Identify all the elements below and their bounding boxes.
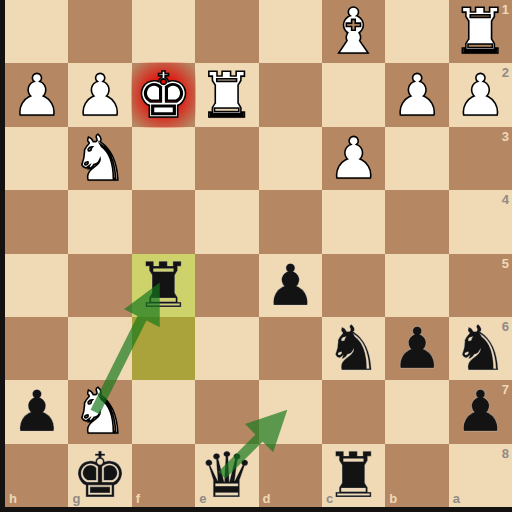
piece-white-rook-a1[interactable]: ♜	[449, 0, 512, 63]
square-f2[interactable]: ♚	[132, 63, 195, 126]
file-label-f: f	[136, 492, 140, 505]
square-f4[interactable]	[132, 190, 195, 253]
rank-label-4: 4	[502, 193, 509, 206]
piece-white-pawn-g2[interactable]: ♟	[68, 63, 131, 126]
file-label-a: a	[453, 492, 460, 505]
piece-white-bishop-c1[interactable]: ♝	[322, 0, 385, 63]
square-b4[interactable]	[385, 190, 448, 253]
square-f7[interactable]	[132, 380, 195, 443]
piece-white-rook-e2[interactable]: ♜	[195, 63, 258, 126]
square-g2[interactable]: ♟	[68, 63, 131, 126]
square-b1[interactable]	[385, 0, 448, 63]
square-g6[interactable]	[68, 317, 131, 380]
square-h1[interactable]	[5, 0, 68, 63]
square-a3[interactable]: 3	[449, 127, 512, 190]
square-g7[interactable]: ♞	[68, 380, 131, 443]
square-a5[interactable]: 5	[449, 254, 512, 317]
square-c5[interactable]	[322, 254, 385, 317]
rank-label-5: 5	[502, 257, 509, 270]
square-d7[interactable]	[259, 380, 322, 443]
file-label-d: d	[263, 492, 271, 505]
square-b2[interactable]: ♟	[385, 63, 448, 126]
square-d8[interactable]: d	[259, 444, 322, 507]
square-e4[interactable]	[195, 190, 258, 253]
square-f6[interactable]	[132, 317, 195, 380]
square-b8[interactable]: b	[385, 444, 448, 507]
piece-white-pawn-h2[interactable]: ♟	[5, 63, 68, 126]
piece-black-rook-c8[interactable]: ♜	[322, 444, 385, 507]
square-c7[interactable]	[322, 380, 385, 443]
piece-black-king-g8[interactable]: ♚	[68, 444, 131, 507]
square-e3[interactable]	[195, 127, 258, 190]
square-h7[interactable]: ♟	[5, 380, 68, 443]
square-g8[interactable]: g♚	[68, 444, 131, 507]
square-e1[interactable]	[195, 0, 258, 63]
piece-white-pawn-c3[interactable]: ♟	[322, 127, 385, 190]
square-d5[interactable]: ♟	[259, 254, 322, 317]
square-h5[interactable]	[5, 254, 68, 317]
square-h6[interactable]	[5, 317, 68, 380]
square-a6[interactable]: 6♞	[449, 317, 512, 380]
square-e5[interactable]	[195, 254, 258, 317]
square-c6[interactable]: ♞	[322, 317, 385, 380]
square-d6[interactable]	[259, 317, 322, 380]
square-b6[interactable]: ♟	[385, 317, 448, 380]
square-c2[interactable]	[322, 63, 385, 126]
square-b7[interactable]	[385, 380, 448, 443]
square-c4[interactable]	[322, 190, 385, 253]
piece-white-king-f2[interactable]: ♚	[132, 63, 195, 126]
square-c3[interactable]: ♟	[322, 127, 385, 190]
square-b5[interactable]	[385, 254, 448, 317]
file-label-h: h	[9, 492, 17, 505]
square-d2[interactable]	[259, 63, 322, 126]
piece-black-knight-c6[interactable]: ♞	[322, 317, 385, 380]
square-g4[interactable]	[68, 190, 131, 253]
square-c1[interactable]: ♝	[322, 0, 385, 63]
square-g3[interactable]: ♞	[68, 127, 131, 190]
square-h3[interactable]	[5, 127, 68, 190]
square-a4[interactable]: 4	[449, 190, 512, 253]
square-f3[interactable]	[132, 127, 195, 190]
square-d3[interactable]	[259, 127, 322, 190]
rank-label-3: 3	[502, 130, 509, 143]
square-h2[interactable]: ♟	[5, 63, 68, 126]
chess-board[interactable]: ♝1♜♟♟♚♜♟2♟♞♟34♜♟5♞♟6♞♟♞7♟hg♚fe♛dc♜b8a	[5, 0, 512, 507]
file-label-b: b	[389, 492, 397, 505]
piece-black-pawn-a7[interactable]: ♟	[449, 380, 512, 443]
piece-white-knight-g7[interactable]: ♞	[68, 380, 131, 443]
square-f5[interactable]: ♜	[132, 254, 195, 317]
square-a8[interactable]: 8a	[449, 444, 512, 507]
piece-white-pawn-b2[interactable]: ♟	[385, 63, 448, 126]
square-b3[interactable]	[385, 127, 448, 190]
chess-app-stage: ♝1♜♟♟♚♜♟2♟♞♟34♜♟5♞♟6♞♟♞7♟hg♚fe♛dc♜b8a	[0, 0, 512, 512]
square-h4[interactable]	[5, 190, 68, 253]
square-e7[interactable]	[195, 380, 258, 443]
piece-black-rook-f5[interactable]: ♜	[132, 254, 195, 317]
piece-black-queen-e8[interactable]: ♛	[195, 444, 258, 507]
piece-black-pawn-h7[interactable]: ♟	[5, 380, 68, 443]
rank-label-8: 8	[502, 447, 509, 460]
piece-white-pawn-a2[interactable]: ♟	[449, 63, 512, 126]
square-d1[interactable]	[259, 0, 322, 63]
square-g1[interactable]	[68, 0, 131, 63]
piece-black-pawn-d5[interactable]: ♟	[259, 254, 322, 317]
square-f1[interactable]	[132, 0, 195, 63]
square-e6[interactable]	[195, 317, 258, 380]
square-a1[interactable]: 1♜	[449, 0, 512, 63]
square-a2[interactable]: 2♟	[449, 63, 512, 126]
square-e2[interactable]: ♜	[195, 63, 258, 126]
square-e8[interactable]: e♛	[195, 444, 258, 507]
piece-white-knight-g3[interactable]: ♞	[68, 127, 131, 190]
square-d4[interactable]	[259, 190, 322, 253]
square-f8[interactable]: f	[132, 444, 195, 507]
square-g5[interactable]	[68, 254, 131, 317]
square-c8[interactable]: c♜	[322, 444, 385, 507]
piece-black-pawn-b6[interactable]: ♟	[385, 317, 448, 380]
square-h8[interactable]: h	[5, 444, 68, 507]
square-a7[interactable]: 7♟	[449, 380, 512, 443]
piece-black-knight-a6[interactable]: ♞	[449, 317, 512, 380]
